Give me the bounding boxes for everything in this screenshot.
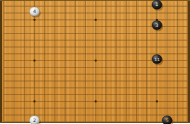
move-number: 4 bbox=[33, 9, 36, 14]
move-number: 11 bbox=[154, 57, 160, 62]
hoshi-4-16 bbox=[33, 100, 35, 102]
go-board[interactable]: 1431125 bbox=[0, 0, 190, 124]
stone-black-q18: 1 bbox=[152, 0, 163, 11]
hoshi-10-4 bbox=[95, 19, 97, 21]
stone-white-d17: 4 bbox=[30, 7, 41, 18]
hoshi-10-10 bbox=[95, 60, 97, 62]
hoshi-4-10 bbox=[33, 60, 35, 62]
move-number: 2 bbox=[33, 118, 36, 123]
hoshi-16-16 bbox=[156, 100, 158, 102]
move-number: 3 bbox=[155, 23, 158, 28]
hoshi-10-16 bbox=[95, 100, 97, 102]
stone-black-q15: 3 bbox=[152, 21, 163, 32]
move-number: 1 bbox=[155, 2, 158, 7]
stone-black-q10: 11 bbox=[152, 55, 163, 66]
move-number: 5 bbox=[166, 118, 169, 123]
stone-black-r1: 5 bbox=[162, 116, 173, 124]
go-app-window: 1431125 bbox=[0, 0, 190, 124]
stone-white-d1: 2 bbox=[30, 116, 41, 124]
hoshi-4-4 bbox=[33, 19, 35, 21]
